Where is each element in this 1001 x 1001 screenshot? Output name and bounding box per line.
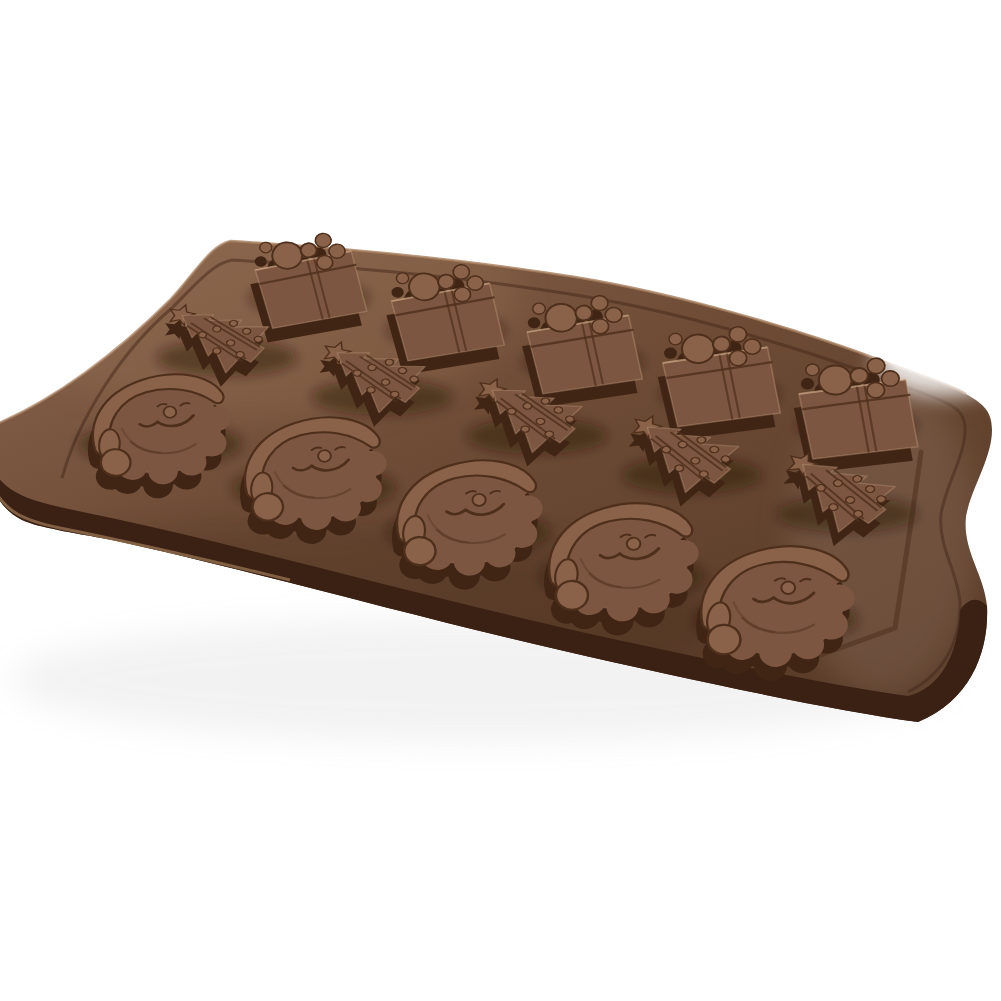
gift-top-face: [251, 230, 368, 330]
product-photo: [0, 0, 1001, 1001]
mold-photo-svg: [0, 0, 1001, 1001]
